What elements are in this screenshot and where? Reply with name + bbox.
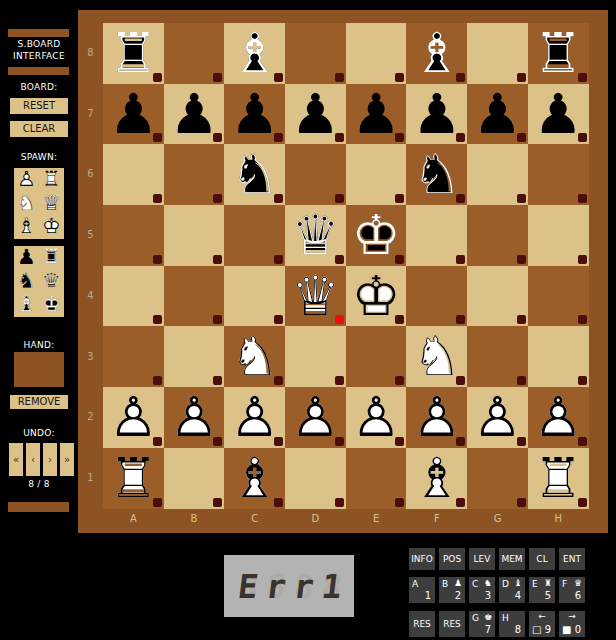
square-f8[interactable]: ♝♗ (406, 23, 467, 84)
key-digit: 9 (545, 624, 551, 635)
led-icon (517, 255, 526, 264)
piece-outline: ♘ (406, 144, 467, 205)
piece-outline: ♙ (103, 387, 164, 448)
black-king[interactable]: ♚♔ (346, 205, 407, 266)
white-king[interactable]: ♚♔ (39, 215, 64, 239)
square-c3[interactable]: ♞♘ (224, 326, 285, 387)
piece-outline: ♖ (528, 448, 589, 509)
led-icon (578, 315, 587, 324)
key-digit: 8 (515, 624, 521, 635)
square-d5[interactable]: ♛♕ (285, 205, 346, 266)
square-e3[interactable] (346, 326, 407, 387)
square-d3[interactable] (285, 326, 346, 387)
square-d2[interactable]: ♟♙ (285, 387, 346, 448)
black-queen[interactable]: ♛♕ (39, 270, 64, 294)
square-g2[interactable]: ♟♙ (467, 387, 528, 448)
piece-outline: ♘ (224, 326, 285, 387)
file-label-d: D (285, 513, 346, 524)
black-pawn[interactable]: ♟ (285, 84, 346, 145)
led-icon (517, 498, 526, 507)
key-letter: A (412, 579, 418, 589)
file-label-f: F (407, 513, 468, 524)
keypad-row-1: INFOPOSLEVMEMCLENT (409, 548, 585, 570)
led-icon (335, 376, 344, 385)
square-b7[interactable]: ♟ (164, 84, 225, 145)
square-d4[interactable]: ♛♕ (285, 266, 346, 327)
black-pawn[interactable]: ♟ (467, 84, 528, 145)
piece-outline: ♘ (406, 326, 467, 387)
black-bishop[interactable]: ♝♗ (224, 23, 285, 84)
led-icon (517, 73, 526, 82)
led-icon (213, 376, 222, 385)
key-digit: 5 (545, 590, 551, 601)
divider-bar (8, 29, 69, 37)
key-pos[interactable]: POS (439, 548, 465, 570)
white-pawn[interactable]: ♟♙ (164, 387, 225, 448)
knight-icon: ♞ (484, 578, 492, 588)
square-e2[interactable]: ♟♙ (346, 387, 407, 448)
key-h8[interactable]: H8 (499, 611, 525, 637)
black-pawn[interactable]: ♟ (224, 84, 285, 145)
square-a7[interactable]: ♟ (103, 84, 164, 145)
led-icon (517, 315, 526, 324)
piece-outline: ♙ (528, 387, 589, 448)
reset-button[interactable]: RESET (10, 98, 68, 114)
key-lev[interactable]: LEV (469, 548, 495, 570)
led-icon (153, 255, 162, 264)
key-e5[interactable]: E♜5 (529, 577, 555, 603)
spawn-section-label: SPAWN: (0, 152, 78, 162)
key-0[interactable]: →■0 (559, 611, 585, 637)
piece-outline: ♗ (406, 448, 467, 509)
key-letter: E (532, 579, 538, 589)
piece-outline: ♘ (224, 144, 285, 205)
key-d4[interactable]: D♝4 (499, 577, 525, 603)
square-e1[interactable] (346, 448, 407, 509)
square-b4[interactable] (164, 266, 225, 327)
led-icon (213, 315, 222, 324)
sidebar: S.BOARD INTERFACE BOARD: RESET CLEAR SPA… (0, 0, 78, 640)
rank-label-3: 3 (78, 351, 103, 362)
led-icon (335, 73, 344, 82)
panel-title-line1: S.BOARD (0, 39, 78, 49)
square-h5[interactable] (528, 205, 589, 266)
divider-bar (8, 67, 69, 75)
undo-jump-start-button[interactable]: « (9, 443, 23, 476)
spawn-palette-black: ♟♜♖♞♘♛♕♝♗♚♔ (14, 246, 64, 317)
square-h8[interactable]: ♜♖ (528, 23, 589, 84)
pawn-icon: ♟ (454, 578, 462, 588)
black-bishop[interactable]: ♝♗ (406, 23, 467, 84)
rank-label-6: 6 (78, 168, 103, 179)
square-d1[interactable] (285, 448, 346, 509)
black-pawn[interactable]: ♟ (14, 246, 39, 270)
square-g5[interactable] (467, 205, 528, 266)
square-f3[interactable]: ♞♘ (406, 326, 467, 387)
undo-section-label: UNDO: (0, 428, 78, 438)
square-g8[interactable] (467, 23, 528, 84)
led-icon (395, 376, 404, 385)
divider-bar (8, 502, 69, 512)
white-rook[interactable]: ♜♖ (103, 448, 164, 509)
key-g7[interactable]: G♚7 (469, 611, 495, 637)
square-b2[interactable]: ♟♙ (164, 387, 225, 448)
remove-button[interactable]: REMOVE (10, 395, 68, 409)
black-rook[interactable]: ♜♖ (39, 246, 64, 270)
rank-label-1: 1 (78, 472, 103, 483)
piece-outline: ♙ (224, 387, 285, 448)
key-digit: 4 (515, 590, 521, 601)
square-f2[interactable]: ♟♙ (406, 387, 467, 448)
square-b8[interactable] (164, 23, 225, 84)
piece-outline: ♗ (406, 23, 467, 84)
board-section-label: BOARD: (0, 82, 78, 92)
spawn-black-rook[interactable]: ♜♖ (39, 246, 64, 270)
black-pawn-icon: ♟ (346, 84, 407, 145)
black-pawn-icon: ♟ (224, 84, 285, 145)
black-knight[interactable]: ♞♘ (224, 144, 285, 205)
piece-outline: ♙ (164, 387, 225, 448)
square-g4[interactable] (467, 266, 528, 327)
key-digit: 3 (485, 590, 491, 601)
key-letter: B (442, 579, 448, 589)
led-icon (517, 194, 526, 203)
lcd-display: 8888 Err1 (224, 555, 354, 617)
square-d6[interactable] (285, 144, 346, 205)
white-pawn[interactable]: ♟♙ (103, 387, 164, 448)
file-label-g: G (467, 513, 528, 524)
square-c2[interactable]: ♟♙ (224, 387, 285, 448)
led-icon (153, 315, 162, 324)
led-icon (213, 194, 222, 203)
bishop-icon: ♝ (514, 578, 522, 588)
square-f1[interactable]: ♝♗ (406, 448, 467, 509)
square-b1[interactable] (164, 448, 225, 509)
square-filled-icon: ■ (562, 624, 571, 635)
white-rook[interactable]: ♜♖ (528, 448, 589, 509)
key-mem[interactable]: MEM (499, 548, 525, 570)
piece-outline: ♖ (39, 168, 64, 192)
piece-outline: ♙ (346, 387, 407, 448)
spawn-black-bishop[interactable]: ♝♗ (14, 293, 39, 317)
rank-label-5: 5 (78, 229, 103, 240)
spawn-white-knight[interactable]: ♞♘ (14, 192, 39, 216)
square-a1[interactable]: ♜♖ (103, 448, 164, 509)
square-h2[interactable]: ♟♙ (528, 387, 589, 448)
key-letter: F (562, 579, 567, 589)
square-c7[interactable]: ♟ (224, 84, 285, 145)
square-e5[interactable]: ♚♔ (346, 205, 407, 266)
rook-icon: ♜ (544, 578, 552, 588)
square-e6[interactable] (346, 144, 407, 205)
chess-board: ♜♖♝♗♝♗♜♖♟♟♟♟♟♟♟♟♞♘♞♘♛♕♚♔♛♕♚♔♞♘♞♘♟♙♟♙♟♙♟♙… (78, 10, 608, 533)
black-king[interactable]: ♚♔ (39, 293, 64, 317)
rank-label-4: 4 (78, 290, 103, 301)
square-h6[interactable] (528, 144, 589, 205)
spawn-black-pawn[interactable]: ♟ (14, 246, 39, 270)
undo-step-forward-button[interactable]: › (43, 443, 57, 476)
key-res[interactable]: RES (439, 611, 465, 637)
square-h3[interactable] (528, 326, 589, 387)
key-f6[interactable]: F♛6 (559, 577, 585, 603)
file-label-h: H (528, 513, 589, 524)
key-digit: 7 (485, 624, 491, 635)
square-f7[interactable]: ♟ (406, 84, 467, 145)
file-label-e: E (346, 513, 407, 524)
spawn-white-bishop[interactable]: ♝♗ (14, 215, 39, 239)
key-cl[interactable]: CL (529, 548, 555, 570)
key-letter: D (502, 579, 509, 589)
spawn-white-rook[interactable]: ♜♖ (39, 168, 64, 192)
key-digit: 6 (575, 590, 581, 601)
square-g6[interactable] (467, 144, 528, 205)
square-g3[interactable] (467, 326, 528, 387)
white-king[interactable]: ♚♔ (346, 266, 407, 327)
square-g7[interactable]: ♟ (467, 84, 528, 145)
led-icon (395, 73, 404, 82)
hand-slot[interactable] (14, 352, 64, 387)
spawn-white-queen[interactable]: ♛♕ (39, 192, 64, 216)
key-digit: 1 (425, 590, 431, 601)
white-pawn[interactable]: ♟♙ (528, 387, 589, 448)
key-res[interactable]: RES (409, 611, 435, 637)
square-c5[interactable] (224, 205, 285, 266)
black-bishop[interactable]: ♝♗ (14, 293, 39, 317)
black-rook[interactable]: ♜♖ (528, 23, 589, 84)
white-queen[interactable]: ♛♕ (39, 192, 64, 216)
undo-jump-end-button[interactable]: » (60, 443, 74, 476)
led-icon (153, 194, 162, 203)
square-f5[interactable] (406, 205, 467, 266)
piece-outline: ♖ (103, 23, 164, 84)
black-pawn[interactable]: ♟ (103, 84, 164, 145)
key-letter: C (472, 579, 478, 589)
undo-counter: 8 / 8 (0, 479, 78, 489)
white-pawn[interactable]: ♟♙ (406, 387, 467, 448)
led-icon (456, 255, 465, 264)
piece-outline: ♕ (285, 266, 346, 327)
led-icon (578, 376, 587, 385)
key-letter: H (502, 613, 509, 623)
piece-outline: ♔ (346, 205, 407, 266)
white-pawn[interactable]: ♟♙ (224, 387, 285, 448)
white-knight[interactable]: ♞♘ (14, 192, 39, 216)
black-pawn-icon: ♟ (406, 84, 467, 145)
black-pawn-icon: ♟ (528, 84, 589, 145)
piece-outline: ♗ (14, 215, 39, 239)
square-outline-icon: □ (532, 624, 541, 635)
white-bishop[interactable]: ♝♗ (406, 448, 467, 509)
black-rook[interactable]: ♜♖ (103, 23, 164, 84)
black-knight[interactable]: ♞♘ (14, 270, 39, 294)
spawn-black-king[interactable]: ♚♔ (39, 293, 64, 317)
led-icon (335, 498, 344, 507)
white-queen[interactable]: ♛♕ (285, 266, 346, 327)
key-info[interactable]: INFO (409, 548, 435, 570)
piece-outline: ♖ (103, 448, 164, 509)
queen-icon: ♛ (574, 578, 582, 588)
black-pawn-icon: ♟ (467, 84, 528, 145)
piece-outline: ♙ (285, 387, 346, 448)
square-a3[interactable] (103, 326, 164, 387)
piece-outline: ♘ (14, 192, 39, 216)
piece-outline: ♔ (346, 266, 407, 327)
black-pawn-icon: ♟ (14, 246, 39, 270)
key-letter: G (472, 613, 479, 623)
white-pawn[interactable]: ♟♙ (467, 387, 528, 448)
white-knight[interactable]: ♞♘ (224, 326, 285, 387)
king-icon: ♚ (484, 612, 492, 622)
square-a6[interactable] (103, 144, 164, 205)
rank-label-2: 2 (78, 411, 103, 422)
black-pawn[interactable]: ♟ (406, 84, 467, 145)
led-icon (213, 498, 222, 507)
piece-outline: ♔ (39, 215, 64, 239)
square-g1[interactable] (467, 448, 528, 509)
led-icon (213, 255, 222, 264)
white-pawn[interactable]: ♟♙ (285, 387, 346, 448)
left-arrow-icon: ← (529, 611, 555, 621)
piece-outline: ♖ (528, 23, 589, 84)
led-icon (395, 498, 404, 507)
file-label-a: A (103, 513, 164, 524)
key-ent[interactable]: ENT (559, 548, 585, 570)
black-pawn[interactable]: ♟ (164, 84, 225, 145)
file-label-b: B (164, 513, 225, 524)
led-icon (517, 376, 526, 385)
square-c6[interactable]: ♞♘ (224, 144, 285, 205)
black-pawn[interactable]: ♟ (346, 84, 407, 145)
keypad-row-3: RESRESG♚7H8←□9→■0 (409, 611, 585, 637)
piece-outline: ♗ (224, 23, 285, 84)
square-e7[interactable]: ♟ (346, 84, 407, 145)
square-b6[interactable] (164, 144, 225, 205)
black-pawn-icon: ♟ (285, 84, 346, 145)
piece-outline: ♗ (224, 448, 285, 509)
undo-controls: «‹›» (9, 443, 74, 476)
spawn-white-pawn[interactable]: ♟♙ (14, 168, 39, 192)
led-icon (153, 376, 162, 385)
square-d7[interactable]: ♟ (285, 84, 346, 145)
square-c8[interactable]: ♝♗ (224, 23, 285, 84)
piece-outline: ♕ (285, 205, 346, 266)
rank-label-7: 7 (78, 108, 103, 119)
white-pawn[interactable]: ♟♙ (14, 168, 39, 192)
spawn-palette-white: ♟♙♜♖♞♘♛♕♝♗♚♔ (14, 168, 64, 239)
keypad-row-2: A1B♟2C♞3D♝4E♜5F♛6 (409, 577, 585, 603)
square-d8[interactable] (285, 23, 346, 84)
piece-outline: ♔ (39, 293, 64, 317)
panel-title-line2: INTERFACE (0, 51, 78, 61)
black-pawn[interactable]: ♟ (528, 84, 589, 145)
square-c1[interactable]: ♝♗ (224, 448, 285, 509)
key-a1[interactable]: A1 (409, 577, 435, 603)
white-knight[interactable]: ♞♘ (406, 326, 467, 387)
clear-button[interactable]: CLEAR (10, 121, 68, 137)
undo-step-back-button[interactable]: ‹ (26, 443, 40, 476)
square-e8[interactable] (346, 23, 407, 84)
square-b3[interactable] (164, 326, 225, 387)
rank-label-8: 8 (78, 47, 103, 58)
led-icon (578, 194, 587, 203)
key-b2[interactable]: B♟2 (439, 577, 465, 603)
key-c3[interactable]: C♞3 (469, 577, 495, 603)
key-digit: 0 (575, 624, 581, 635)
file-label-c: C (224, 513, 285, 524)
white-bishop[interactable]: ♝♗ (224, 448, 285, 509)
white-rook[interactable]: ♜♖ (39, 168, 64, 192)
spawn-black-queen[interactable]: ♛♕ (39, 270, 64, 294)
square-e4[interactable]: ♚♔ (346, 266, 407, 327)
piece-outline: ♙ (14, 168, 39, 192)
right-arrow-icon: → (559, 611, 585, 621)
square-b5[interactable] (164, 205, 225, 266)
square-a8[interactable]: ♜♖ (103, 23, 164, 84)
piece-outline: ♕ (39, 270, 64, 294)
piece-outline: ♖ (39, 246, 64, 270)
spawn-white-king[interactable]: ♚♔ (39, 215, 64, 239)
piece-outline: ♘ (14, 270, 39, 294)
square-c4[interactable] (224, 266, 285, 327)
square-h7[interactable]: ♟ (528, 84, 589, 145)
black-pawn-icon: ♟ (103, 84, 164, 145)
led-icon (335, 194, 344, 203)
led-icon (274, 255, 283, 264)
hand-section-label: HAND: (0, 340, 78, 350)
piece-outline: ♕ (39, 192, 64, 216)
white-pawn[interactable]: ♟♙ (346, 387, 407, 448)
spawn-black-knight[interactable]: ♞♘ (14, 270, 39, 294)
led-icon (274, 315, 283, 324)
square-h1[interactable]: ♜♖ (528, 448, 589, 509)
square-a4[interactable] (103, 266, 164, 327)
key-digit: 2 (455, 590, 461, 601)
led-icon (578, 255, 587, 264)
lcd-text: Err1 (220, 555, 358, 617)
key-9[interactable]: ←□9 (529, 611, 555, 637)
led-icon (456, 315, 465, 324)
square-f6[interactable]: ♞♘ (406, 144, 467, 205)
white-bishop[interactable]: ♝♗ (14, 215, 39, 239)
piece-outline: ♙ (467, 387, 528, 448)
square-a2[interactable]: ♟♙ (103, 387, 164, 448)
black-queen[interactable]: ♛♕ (285, 205, 346, 266)
black-pawn-icon: ♟ (164, 84, 225, 145)
black-knight[interactable]: ♞♘ (406, 144, 467, 205)
square-a5[interactable] (103, 205, 164, 266)
square-f4[interactable] (406, 266, 467, 327)
board-grid: ♜♖♝♗♝♗♜♖♟♟♟♟♟♟♟♟♞♘♞♘♛♕♚♔♛♕♚♔♞♘♞♘♟♙♟♙♟♙♟♙… (103, 23, 589, 509)
led-icon (213, 73, 222, 82)
square-h4[interactable] (528, 266, 589, 327)
piece-outline: ♙ (406, 387, 467, 448)
led-icon (395, 194, 404, 203)
piece-outline: ♗ (14, 293, 39, 317)
